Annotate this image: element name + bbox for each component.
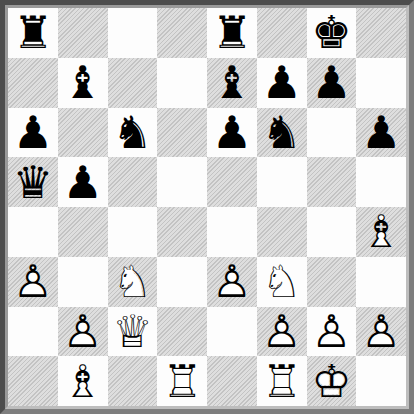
piece-white-pawn: ♟♙	[356, 307, 406, 357]
square-g6[interactable]	[307, 108, 357, 158]
piece-white-pawn: ♟♙	[58, 307, 108, 357]
square-d4[interactable]	[157, 207, 207, 257]
square-f7[interactable]: ♟	[257, 58, 307, 108]
piece-white-king: ♚♔	[307, 356, 357, 406]
piece-glyph: ♙	[58, 307, 108, 357]
square-c7[interactable]	[108, 58, 158, 108]
board-frame: ♜♜♚♝♝♟♟♟♞♟♞♟♛♟♝♗♟♙♞♘♟♙♞♘♟♙♛♕♟♙♟♙♟♙♝♗♜♖♜♖…	[0, 0, 414, 414]
square-d6[interactable]	[157, 108, 207, 158]
piece-glyph: ♙	[356, 307, 406, 357]
piece-glyph: ♛	[8, 157, 58, 207]
square-a3[interactable]: ♟♙	[8, 257, 58, 307]
square-g4[interactable]	[307, 207, 357, 257]
square-c4[interactable]	[108, 207, 158, 257]
piece-black-bishop: ♝	[58, 58, 108, 108]
piece-white-knight: ♞♘	[257, 257, 307, 307]
piece-white-bishop: ♝♗	[58, 356, 108, 406]
square-h6[interactable]: ♟	[356, 108, 406, 158]
piece-glyph: ♔	[307, 356, 357, 406]
square-d2[interactable]	[157, 307, 207, 357]
square-h4[interactable]: ♝♗	[356, 207, 406, 257]
piece-white-pawn: ♟♙	[8, 257, 58, 307]
square-e8[interactable]: ♜	[207, 8, 257, 58]
square-f1[interactable]: ♜♖	[257, 356, 307, 406]
piece-glyph: ♙	[207, 257, 257, 307]
square-g8[interactable]: ♚	[307, 8, 357, 58]
piece-glyph: ♕	[108, 307, 158, 357]
piece-glyph: ♟	[58, 157, 108, 207]
square-b2[interactable]: ♟♙	[58, 307, 108, 357]
square-a2[interactable]	[8, 307, 58, 357]
piece-white-queen: ♛♕	[108, 307, 158, 357]
piece-black-pawn: ♟	[307, 58, 357, 108]
piece-glyph: ♟	[356, 108, 406, 158]
square-f6[interactable]: ♞	[257, 108, 307, 158]
square-h5[interactable]	[356, 157, 406, 207]
square-a7[interactable]	[8, 58, 58, 108]
square-a8[interactable]: ♜	[8, 8, 58, 58]
piece-white-pawn: ♟♙	[257, 307, 307, 357]
piece-glyph: ♙	[8, 257, 58, 307]
piece-white-bishop: ♝♗	[356, 207, 406, 257]
piece-glyph: ♖	[257, 356, 307, 406]
square-e7[interactable]: ♝	[207, 58, 257, 108]
square-h1[interactable]	[356, 356, 406, 406]
piece-black-king: ♚	[307, 8, 357, 58]
square-f4[interactable]	[257, 207, 307, 257]
square-d1[interactable]: ♜♖	[157, 356, 207, 406]
square-b1[interactable]: ♝♗	[58, 356, 108, 406]
piece-white-rook: ♜♖	[257, 356, 307, 406]
piece-glyph: ♗	[58, 356, 108, 406]
square-g7[interactable]: ♟	[307, 58, 357, 108]
piece-black-knight: ♞	[257, 108, 307, 158]
square-a4[interactable]	[8, 207, 58, 257]
square-b3[interactable]	[58, 257, 108, 307]
square-e4[interactable]	[207, 207, 257, 257]
piece-black-rook: ♜	[207, 8, 257, 58]
piece-black-pawn: ♟	[58, 157, 108, 207]
square-b7[interactable]: ♝	[58, 58, 108, 108]
square-h7[interactable]	[356, 58, 406, 108]
square-c8[interactable]	[108, 8, 158, 58]
square-c5[interactable]	[108, 157, 158, 207]
square-d3[interactable]	[157, 257, 207, 307]
piece-glyph: ♟	[207, 108, 257, 158]
square-h3[interactable]	[356, 257, 406, 307]
piece-glyph: ♞	[257, 108, 307, 158]
square-c1[interactable]	[108, 356, 158, 406]
piece-glyph: ♞	[108, 108, 158, 158]
piece-glyph: ♟	[257, 58, 307, 108]
square-e2[interactable]	[207, 307, 257, 357]
square-g2[interactable]: ♟♙	[307, 307, 357, 357]
square-g1[interactable]: ♚♔	[307, 356, 357, 406]
piece-black-queen: ♛	[8, 157, 58, 207]
square-f5[interactable]	[257, 157, 307, 207]
square-e5[interactable]	[207, 157, 257, 207]
piece-glyph: ♘	[257, 257, 307, 307]
piece-glyph: ♝	[207, 58, 257, 108]
square-b4[interactable]	[58, 207, 108, 257]
piece-black-pawn: ♟	[356, 108, 406, 158]
square-g5[interactable]	[307, 157, 357, 207]
square-b5[interactable]: ♟	[58, 157, 108, 207]
square-e3[interactable]: ♟♙	[207, 257, 257, 307]
square-b8[interactable]	[58, 8, 108, 58]
square-b6[interactable]	[58, 108, 108, 158]
square-f8[interactable]	[257, 8, 307, 58]
piece-black-bishop: ♝	[207, 58, 257, 108]
piece-glyph: ♚	[307, 8, 357, 58]
piece-glyph: ♝	[58, 58, 108, 108]
square-a1[interactable]	[8, 356, 58, 406]
piece-glyph: ♘	[108, 257, 158, 307]
square-a6[interactable]: ♟	[8, 108, 58, 158]
piece-white-pawn: ♟♙	[207, 257, 257, 307]
square-f3[interactable]: ♞♘	[257, 257, 307, 307]
square-e1[interactable]	[207, 356, 257, 406]
square-c6[interactable]: ♞	[108, 108, 158, 158]
piece-glyph: ♙	[307, 307, 357, 357]
piece-glyph: ♗	[356, 207, 406, 257]
piece-black-pawn: ♟	[207, 108, 257, 158]
piece-glyph: ♜	[207, 8, 257, 58]
square-h8[interactable]	[356, 8, 406, 58]
piece-glyph: ♖	[157, 356, 207, 406]
piece-black-pawn: ♟	[8, 108, 58, 158]
square-f2[interactable]: ♟♙	[257, 307, 307, 357]
square-c2[interactable]: ♛♕	[108, 307, 158, 357]
square-c3[interactable]: ♞♘	[108, 257, 158, 307]
piece-glyph: ♙	[257, 307, 307, 357]
square-d8[interactable]	[157, 8, 207, 58]
piece-black-pawn: ♟	[257, 58, 307, 108]
piece-glyph: ♟	[8, 108, 58, 158]
chess-board: ♜♜♚♝♝♟♟♟♞♟♞♟♛♟♝♗♟♙♞♘♟♙♞♘♟♙♛♕♟♙♟♙♟♙♝♗♜♖♜♖…	[8, 8, 406, 406]
square-a5[interactable]: ♛	[8, 157, 58, 207]
piece-white-pawn: ♟♙	[307, 307, 357, 357]
square-e6[interactable]: ♟	[207, 108, 257, 158]
square-h2[interactable]: ♟♙	[356, 307, 406, 357]
piece-glyph: ♟	[307, 58, 357, 108]
square-g3[interactable]	[307, 257, 357, 307]
square-d7[interactable]	[157, 58, 207, 108]
piece-white-rook: ♜♖	[157, 356, 207, 406]
piece-black-knight: ♞	[108, 108, 158, 158]
square-d5[interactable]	[157, 157, 207, 207]
piece-glyph: ♜	[8, 8, 58, 58]
piece-black-rook: ♜	[8, 8, 58, 58]
board-frame-inner: ♜♜♚♝♝♟♟♟♞♟♞♟♛♟♝♗♟♙♞♘♟♙♞♘♟♙♛♕♟♙♟♙♟♙♝♗♜♖♜♖…	[5, 5, 409, 409]
piece-white-knight: ♞♘	[108, 257, 158, 307]
